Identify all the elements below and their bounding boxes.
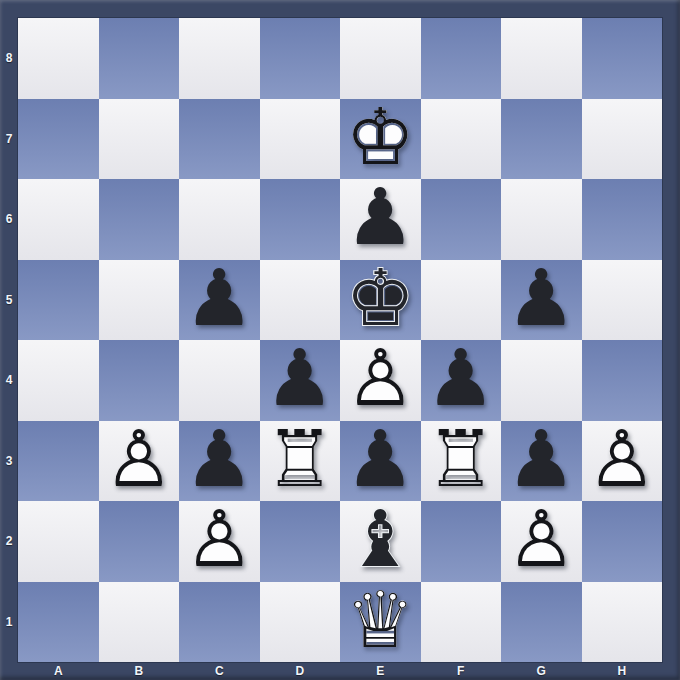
square-h6[interactable]	[582, 179, 663, 260]
white-pawn-glyph: ♙	[582, 419, 663, 500]
square-c6[interactable]	[179, 179, 260, 260]
square-h4[interactable]	[582, 340, 663, 421]
black-king-glyph: ♚	[340, 258, 421, 339]
square-e4[interactable]: ♟♙	[340, 340, 421, 421]
file-label-f: F	[421, 662, 502, 680]
rank-label-8: 8	[0, 18, 18, 99]
square-c2[interactable]: ♟♙	[179, 501, 260, 582]
white-pawn-glyph: ♙	[99, 419, 180, 500]
square-e6[interactable]: ♙♟	[340, 179, 421, 260]
square-e7[interactable]: ♚♔	[340, 99, 421, 180]
square-c8[interactable]	[179, 18, 260, 99]
square-d7[interactable]	[260, 99, 341, 180]
rank-label-2: 2	[0, 501, 18, 582]
square-f6[interactable]	[421, 179, 502, 260]
square-f8[interactable]	[421, 18, 502, 99]
white-pawn[interactable]: ♟♙	[99, 421, 180, 502]
square-h5[interactable]	[582, 260, 663, 341]
square-f7[interactable]	[421, 99, 502, 180]
square-b1[interactable]	[99, 582, 180, 663]
square-a7[interactable]	[18, 99, 99, 180]
rank-label-6: 6	[0, 179, 18, 260]
black-pawn-glyph: ♟	[179, 419, 260, 500]
square-g8[interactable]	[501, 18, 582, 99]
square-d6[interactable]	[260, 179, 341, 260]
square-d1[interactable]	[260, 582, 341, 663]
square-a8[interactable]	[18, 18, 99, 99]
white-pawn-glyph: ♙	[340, 338, 421, 419]
black-pawn[interactable]: ♙♟	[340, 179, 421, 260]
square-a1[interactable]	[18, 582, 99, 663]
rank-label-4: 4	[0, 340, 18, 421]
square-b6[interactable]	[99, 179, 180, 260]
square-d5[interactable]	[260, 260, 341, 341]
white-rook[interactable]: ♜♖	[260, 421, 341, 502]
black-pawn-glyph: ♟	[179, 258, 260, 339]
file-label-c: C	[179, 662, 260, 680]
white-queen-glyph: ♕	[340, 580, 421, 661]
white-pawn-glyph: ♙	[179, 499, 260, 580]
square-g5[interactable]: ♙♟	[501, 260, 582, 341]
square-a3[interactable]	[18, 421, 99, 502]
white-queen[interactable]: ♛♕	[340, 582, 421, 663]
chess-board: ♚♔♙♟♙♟♔♚♙♟♙♟♟♙♙♟♟♙♙♟♜♖♙♟♜♖♙♟♟♙♟♙♗♝♟♙♛♕	[18, 18, 662, 662]
square-b4[interactable]	[99, 340, 180, 421]
rank-label-5: 5	[0, 260, 18, 341]
square-h2[interactable]	[582, 501, 663, 582]
square-b5[interactable]	[99, 260, 180, 341]
square-c1[interactable]	[179, 582, 260, 663]
square-h7[interactable]	[582, 99, 663, 180]
square-c5[interactable]: ♙♟	[179, 260, 260, 341]
square-a5[interactable]	[18, 260, 99, 341]
white-king-glyph: ♔	[340, 97, 421, 178]
white-rook-glyph: ♖	[421, 419, 502, 500]
square-f3[interactable]: ♜♖	[421, 421, 502, 502]
square-f4[interactable]: ♙♟	[421, 340, 502, 421]
square-f1[interactable]	[421, 582, 502, 663]
rank-labels: 87654321	[0, 18, 18, 662]
file-label-a: A	[18, 662, 99, 680]
square-g4[interactable]	[501, 340, 582, 421]
square-g2[interactable]: ♟♙	[501, 501, 582, 582]
square-e3[interactable]: ♙♟	[340, 421, 421, 502]
rank-label-7: 7	[0, 99, 18, 180]
square-e5[interactable]: ♔♚	[340, 260, 421, 341]
square-b2[interactable]	[99, 501, 180, 582]
black-pawn[interactable]: ♙♟	[179, 260, 260, 341]
white-rook[interactable]: ♜♖	[421, 421, 502, 502]
square-e2[interactable]: ♗♝	[340, 501, 421, 582]
square-g1[interactable]	[501, 582, 582, 663]
square-a4[interactable]	[18, 340, 99, 421]
square-d3[interactable]: ♜♖	[260, 421, 341, 502]
black-bishop-glyph: ♝	[340, 499, 421, 580]
black-pawn[interactable]: ♙♟	[421, 340, 502, 421]
square-g7[interactable]	[501, 99, 582, 180]
white-pawn-glyph: ♙	[501, 499, 582, 580]
file-label-e: E	[340, 662, 421, 680]
white-pawn[interactable]: ♟♙	[179, 501, 260, 582]
square-d4[interactable]: ♙♟	[260, 340, 341, 421]
black-bishop[interactable]: ♗♝	[340, 501, 421, 582]
black-pawn-glyph: ♟	[501, 419, 582, 500]
square-c4[interactable]	[179, 340, 260, 421]
chess-board-frame: 87654321 ♚♔♙♟♙♟♔♚♙♟♙♟♟♙♙♟♟♙♙♟♜♖♙♟♜♖♙♟♟♙♟…	[0, 0, 680, 680]
file-label-d: D	[260, 662, 341, 680]
square-d8[interactable]	[260, 18, 341, 99]
square-f2[interactable]	[421, 501, 502, 582]
white-pawn[interactable]: ♟♙	[582, 421, 663, 502]
square-f5[interactable]	[421, 260, 502, 341]
white-rook-glyph: ♖	[260, 419, 341, 500]
black-pawn[interactable]: ♙♟	[501, 421, 582, 502]
square-e8[interactable]	[340, 18, 421, 99]
square-b3[interactable]: ♟♙	[99, 421, 180, 502]
file-label-h: H	[582, 662, 663, 680]
square-c3[interactable]: ♙♟	[179, 421, 260, 502]
black-pawn-glyph: ♟	[501, 258, 582, 339]
square-e1[interactable]: ♛♕	[340, 582, 421, 663]
square-h8[interactable]	[582, 18, 663, 99]
file-labels: ABCDEFGH	[18, 662, 662, 680]
square-a6[interactable]	[18, 179, 99, 260]
file-label-g: G	[501, 662, 582, 680]
black-pawn[interactable]: ♙♟	[260, 340, 341, 421]
black-pawn-glyph: ♟	[421, 338, 502, 419]
square-g3[interactable]: ♙♟	[501, 421, 582, 502]
black-pawn[interactable]: ♙♟	[340, 421, 421, 502]
square-h3[interactable]: ♟♙	[582, 421, 663, 502]
black-pawn-glyph: ♟	[340, 419, 421, 500]
file-label-b: B	[99, 662, 180, 680]
rank-label-3: 3	[0, 421, 18, 502]
square-a2[interactable]	[18, 501, 99, 582]
square-b7[interactable]	[99, 99, 180, 180]
black-pawn[interactable]: ♙♟	[179, 421, 260, 502]
black-pawn-glyph: ♟	[340, 177, 421, 258]
white-pawn[interactable]: ♟♙	[501, 501, 582, 582]
white-king[interactable]: ♚♔	[340, 99, 421, 180]
square-h1[interactable]	[582, 582, 663, 663]
square-c7[interactable]	[179, 99, 260, 180]
black-king[interactable]: ♔♚	[340, 260, 421, 341]
black-pawn-glyph: ♟	[260, 338, 341, 419]
black-pawn[interactable]: ♙♟	[501, 260, 582, 341]
square-d2[interactable]	[260, 501, 341, 582]
square-b8[interactable]	[99, 18, 180, 99]
white-pawn[interactable]: ♟♙	[340, 340, 421, 421]
rank-label-1: 1	[0, 582, 18, 663]
square-g6[interactable]	[501, 179, 582, 260]
